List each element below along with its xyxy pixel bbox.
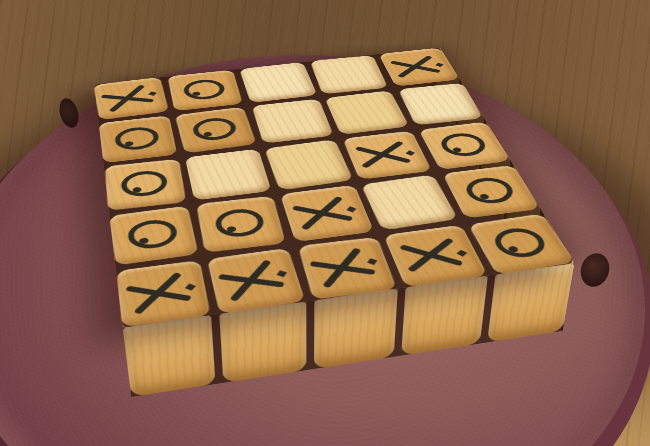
cube-front-face-c1: [123, 315, 216, 397]
cube-block-3d: [94, 48, 574, 328]
x-mark: [119, 262, 208, 325]
cube-r2c3-blank[interactable]: [252, 99, 334, 144]
cube-r4c2-o[interactable]: [197, 196, 287, 253]
cube-r1c2-o[interactable]: [168, 70, 244, 111]
cube-r3c2-blank[interactable]: [185, 149, 271, 201]
cube-r2c4-blank[interactable]: [325, 90, 410, 135]
x-mark: [300, 238, 394, 298]
cube-r4c3-x[interactable]: [280, 185, 374, 242]
cube-r2c2-o[interactable]: [175, 107, 257, 154]
x-mark: [351, 135, 425, 175]
cube-r3c3-blank[interactable]: [264, 139, 354, 190]
x-mark: [95, 78, 168, 119]
cube-r4c4-blank[interactable]: [361, 174, 459, 230]
cube-front-face-c5: [487, 263, 575, 342]
cube-r4c5-o[interactable]: [442, 165, 540, 219]
o-mark: [175, 74, 236, 107]
cube-r3c5-o[interactable]: [418, 121, 511, 170]
cube-r1c4-blank[interactable]: [310, 55, 389, 94]
x-mark: [285, 188, 368, 238]
game-board-scene: [68, 0, 548, 404]
o-mark: [104, 118, 172, 159]
o-mark: [202, 199, 280, 249]
o-mark: [115, 210, 192, 262]
cube-r5c4-x[interactable]: [383, 225, 487, 288]
cube-r4c1-o[interactable]: [109, 206, 199, 266]
o-mark: [180, 109, 252, 150]
cube-r3c4-x[interactable]: [343, 131, 433, 180]
cube-r1c1-x[interactable]: [93, 77, 169, 120]
cube-r2c1-o[interactable]: [99, 116, 178, 164]
x-mark: [210, 249, 303, 311]
x-mark: [384, 51, 453, 84]
o-mark: [106, 160, 184, 209]
cube-front-face-c2: [220, 302, 306, 383]
cube-front-face-c3: [314, 288, 398, 369]
cube-front-face-c4: [401, 276, 487, 356]
cube-r1c5-x[interactable]: [378, 48, 460, 87]
cube-r1c3-blank[interactable]: [239, 62, 318, 103]
o-mark: [425, 125, 503, 165]
x-mark: [393, 230, 478, 280]
o-mark: [447, 168, 535, 216]
cube-r3c1-o[interactable]: [105, 159, 187, 211]
photo-stage: [0, 0, 650, 446]
cube-r2c5-blank[interactable]: [398, 83, 484, 126]
